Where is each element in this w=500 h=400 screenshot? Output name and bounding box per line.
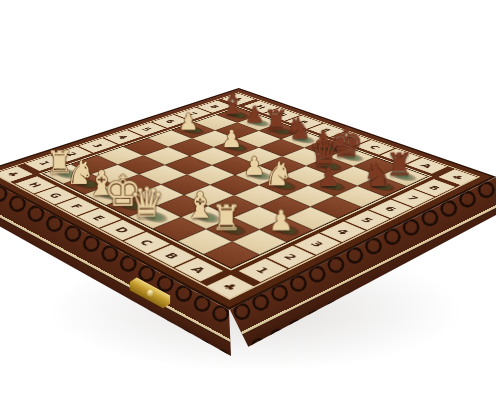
board-3d: HGFEDCBA HGFEDCBA 87654321 87654321 ♣ ♣ … (0, 88, 496, 310)
queen-icon: ♛ (129, 183, 165, 224)
knight-icon: ♞ (263, 157, 293, 190)
rook-icon: ♜ (211, 200, 242, 235)
pawn-icon: ♟ (243, 154, 266, 179)
board-scene: HGFEDCBA HGFEDCBA 87654321 87654321 ♣ ♣ … (0, 0, 500, 400)
pawn-icon: ♟ (269, 206, 294, 234)
knight-icon: ♞ (363, 158, 393, 191)
pawn-icon: ♟ (317, 164, 340, 190)
photo-stage: HGFEDCBA HGFEDCBA 87654321 87654321 ♣ ♣ … (0, 0, 500, 400)
